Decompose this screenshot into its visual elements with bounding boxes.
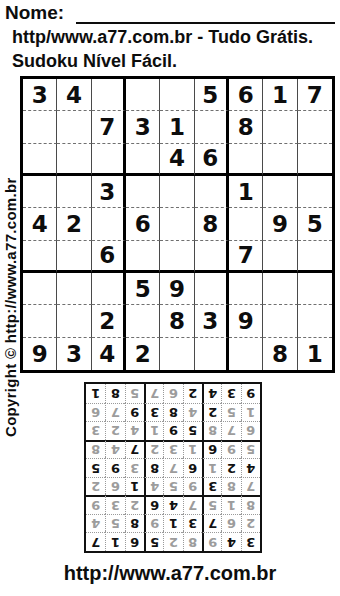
solution-cell-r2c3: 7 <box>202 514 221 533</box>
name-blank-line <box>76 22 335 24</box>
solution-cell-r5c5: 7 <box>163 458 182 477</box>
solution-cell-r8c7: 9 <box>125 403 144 422</box>
puzzle-cell-r8c1[interactable] <box>23 305 57 337</box>
puzzle-cell-r9c1: 9 <box>23 338 57 370</box>
solution-cell-r7c3: 8 <box>202 421 221 440</box>
puzzle-cell-r1c5[interactable] <box>160 79 194 111</box>
solution-cell-r7c5: 9 <box>163 421 182 440</box>
solution-cell-r1c5: 2 <box>163 532 182 551</box>
solution-cell-r5c6: 8 <box>144 458 163 477</box>
puzzle-cell-r6c6[interactable] <box>195 241 229 273</box>
puzzle-cell-r2c2[interactable] <box>57 111 91 143</box>
solution-cell-r3c9: 9 <box>86 495 105 514</box>
puzzle-cell-r7c5: 9 <box>160 273 194 305</box>
puzzle-cell-r6c4[interactable] <box>126 241 160 273</box>
solution-cell-r1c9: 7 <box>86 532 105 551</box>
solution-cell-r8c1: 1 <box>241 403 260 422</box>
puzzle-cell-r8c5: 8 <box>160 305 194 337</box>
solution-cell-r4c1: 7 <box>241 477 260 496</box>
puzzle-cell-r3c7[interactable] <box>229 144 263 176</box>
solution-cell-r1c8: 1 <box>105 532 124 551</box>
puzzle-cell-r2c5: 1 <box>160 111 194 143</box>
puzzle-cell-r9c4: 2 <box>126 338 160 370</box>
solution-cell-r1c1: 3 <box>241 532 260 551</box>
puzzle-cell-r1c4[interactable] <box>126 79 160 111</box>
puzzle-cell-r6c9[interactable] <box>298 241 332 273</box>
solution-cell-r3c4: 7 <box>183 495 202 514</box>
puzzle-cell-r4c2[interactable] <box>57 176 91 208</box>
puzzle-cell-r5c6: 8 <box>195 208 229 240</box>
solution-cell-r8c6: 3 <box>144 403 163 422</box>
solution-cell-r1c4: 8 <box>183 532 202 551</box>
solution-cell-r6c9: 8 <box>86 440 105 459</box>
solution-cell-r1c7: 6 <box>125 532 144 551</box>
puzzle-cell-r8c2[interactable] <box>57 305 91 337</box>
puzzle-cell-r9c7[interactable] <box>229 338 263 370</box>
solution-cell-r6c5: 3 <box>163 440 182 459</box>
puzzle-cell-r1c8: 1 <box>263 79 297 111</box>
puzzle-cell-r1c2: 4 <box>57 79 91 111</box>
puzzle-cell-r3c6: 6 <box>195 144 229 176</box>
solution-cell-r9c9: 1 <box>86 384 105 403</box>
solution-cell-r7c2: 7 <box>221 421 240 440</box>
puzzle-cell-r1c9: 7 <box>298 79 332 111</box>
site-tagline: http/www.a77.com.br - Tudo Grátis. <box>12 27 313 48</box>
solution-cell-r7c6: 1 <box>144 421 163 440</box>
solution-grid-upside-down: 3498256172673198548157462397839541624216… <box>84 382 262 553</box>
puzzle-cell-r3c8[interactable] <box>263 144 297 176</box>
solution-cell-r6c3: 6 <box>202 440 221 459</box>
solution-cell-r5c1: 4 <box>241 458 260 477</box>
puzzle-cell-r4c1[interactable] <box>23 176 57 208</box>
puzzle-cell-r7c4: 5 <box>126 273 160 305</box>
puzzle-cell-r6c3: 6 <box>92 241 126 273</box>
solution-cell-r6c2: 9 <box>221 440 240 459</box>
sudoku-worksheet-page: Nome: http/www.a77.com.br - Tudo Grátis.… <box>0 0 340 596</box>
puzzle-cell-r6c8[interactable] <box>263 241 297 273</box>
solution-cell-r9c3: 4 <box>202 384 221 403</box>
solution-cell-r5c9: 5 <box>86 458 105 477</box>
solution-cell-r3c8: 3 <box>105 495 124 514</box>
puzzle-cell-r6c7: 7 <box>229 241 263 273</box>
solution-cell-r4c5: 5 <box>163 477 182 496</box>
puzzle-cell-r6c2[interactable] <box>57 241 91 273</box>
solution-cell-r4c2: 8 <box>221 477 240 496</box>
puzzle-cell-r8c4[interactable] <box>126 305 160 337</box>
solution-cell-r9c8: 8 <box>105 384 124 403</box>
puzzle-cell-r8c7: 9 <box>229 305 263 337</box>
copyright-sidebar-text: Copyright © http://www.a77.com.br <box>2 137 19 437</box>
puzzle-cell-r6c1[interactable] <box>23 241 57 273</box>
solution-cell-r2c1: 2 <box>241 514 260 533</box>
solution-cell-r5c8: 9 <box>105 458 124 477</box>
puzzle-cell-r4c8[interactable] <box>263 176 297 208</box>
solution-cell-r4c8: 6 <box>105 477 124 496</box>
name-label: Nome: <box>5 2 64 24</box>
difficulty-title: Sudoku Nível Fácil. <box>12 51 177 72</box>
puzzle-cell-r7c3[interactable] <box>92 273 126 305</box>
puzzle-cell-r2c9[interactable] <box>298 111 332 143</box>
solution-cell-r8c3: 2 <box>202 403 221 422</box>
solution-cell-r6c8: 4 <box>105 440 124 459</box>
solution-cell-r3c2: 1 <box>221 495 240 514</box>
puzzle-cell-r3c4[interactable] <box>126 144 160 176</box>
solution-cell-r8c9: 6 <box>86 403 105 422</box>
solution-cell-r6c6: 2 <box>144 440 163 459</box>
solution-cell-r5c4: 6 <box>183 458 202 477</box>
puzzle-cell-r2c8[interactable] <box>263 111 297 143</box>
solution-cell-r1c3: 9 <box>202 532 221 551</box>
puzzle-cell-r9c5[interactable] <box>160 338 194 370</box>
solution-cell-r9c1: 9 <box>241 384 260 403</box>
solution-cell-r7c7: 4 <box>125 421 144 440</box>
solution-cell-r6c4: 1 <box>183 440 202 459</box>
solution-cell-r3c7: 2 <box>125 495 144 514</box>
solution-cell-r1c2: 4 <box>221 532 240 551</box>
solution-cell-r4c3: 3 <box>202 477 221 496</box>
puzzle-cell-r9c6[interactable] <box>195 338 229 370</box>
puzzle-cell-r9c3: 4 <box>92 338 126 370</box>
puzzle-cell-r5c4: 6 <box>126 208 160 240</box>
solution-cell-r3c3: 5 <box>202 495 221 514</box>
solution-cell-r5c2: 2 <box>221 458 240 477</box>
puzzle-cell-r4c7: 1 <box>229 176 263 208</box>
puzzle-cell-r2c7: 8 <box>229 111 263 143</box>
puzzle-cell-r3c9[interactable] <box>298 144 332 176</box>
puzzle-cell-r8c6: 3 <box>195 305 229 337</box>
puzzle-cell-r2c4: 3 <box>126 111 160 143</box>
puzzle-cell-r4c6[interactable] <box>195 176 229 208</box>
solution-cell-r8c8: 7 <box>105 403 124 422</box>
solution-cell-r7c9: 3 <box>86 421 105 440</box>
puzzle-cell-r4c4[interactable] <box>126 176 160 208</box>
solution-cell-r7c4: 5 <box>183 421 202 440</box>
solution-cell-r4c6: 4 <box>144 477 163 496</box>
solution-cell-r2c2: 6 <box>221 514 240 533</box>
solution-cell-r2c6: 9 <box>144 514 163 533</box>
puzzle-cell-r5c5[interactable] <box>160 208 194 240</box>
solution-cell-r2c7: 8 <box>125 514 144 533</box>
solution-cell-r9c6: 7 <box>144 384 163 403</box>
puzzle-cell-r8c8[interactable] <box>263 305 297 337</box>
puzzle-cell-r2c1[interactable] <box>23 111 57 143</box>
puzzle-cell-r9c8: 8 <box>263 338 297 370</box>
puzzle-cell-r4c9[interactable] <box>298 176 332 208</box>
solution-cell-r9c7: 5 <box>125 384 144 403</box>
puzzle-cell-r8c9[interactable] <box>298 305 332 337</box>
puzzle-cell-r1c7: 6 <box>229 79 263 111</box>
puzzle-cell-r1c3[interactable] <box>92 79 126 111</box>
solution-cell-r2c9: 4 <box>86 514 105 533</box>
sudoku-grid: 3456177318463142689567592839934281 <box>20 76 335 373</box>
puzzle-cell-r2c3: 7 <box>92 111 126 143</box>
puzzle-cell-r8c3: 2 <box>92 305 126 337</box>
puzzle-cell-r3c2[interactable] <box>57 144 91 176</box>
puzzle-cell-r4c3: 3 <box>92 176 126 208</box>
solution-cell-r6c1: 5 <box>241 440 260 459</box>
solution-cell-r1c6: 5 <box>144 532 163 551</box>
puzzle-cell-r7c2[interactable] <box>57 273 91 305</box>
puzzle-cell-r1c1: 3 <box>23 79 57 111</box>
puzzle-cell-r7c6[interactable] <box>195 273 229 305</box>
puzzle-cell-r9c9: 1 <box>298 338 332 370</box>
solution-cell-r4c4: 9 <box>183 477 202 496</box>
footer-url[interactable]: http://www.a77.com.br <box>0 562 340 585</box>
solution-cell-r5c7: 3 <box>125 458 144 477</box>
puzzle-cell-r5c9: 5 <box>298 208 332 240</box>
puzzle-cell-r7c9[interactable] <box>298 273 332 305</box>
puzzle-cell-r3c3[interactable] <box>92 144 126 176</box>
puzzle-cell-r7c8[interactable] <box>263 273 297 305</box>
solution-cell-r6c7: 7 <box>125 440 144 459</box>
puzzle-cell-r6c5[interactable] <box>160 241 194 273</box>
puzzle-cell-r5c3[interactable] <box>92 208 126 240</box>
solution-cell-r3c1: 8 <box>241 495 260 514</box>
puzzle-cell-r5c2: 2 <box>57 208 91 240</box>
solution-cell-r8c4: 4 <box>183 403 202 422</box>
solution-cell-r8c2: 5 <box>221 403 240 422</box>
solution-cell-r2c8: 5 <box>105 514 124 533</box>
solution-cell-r2c5: 1 <box>163 514 182 533</box>
puzzle-cell-r5c7[interactable] <box>229 208 263 240</box>
solution-cell-r9c5: 6 <box>163 384 182 403</box>
solution-cell-r7c1: 6 <box>241 421 260 440</box>
solution-cell-r5c3: 1 <box>202 458 221 477</box>
puzzle-cell-r3c1[interactable] <box>23 144 57 176</box>
puzzle-cell-r1c6: 5 <box>195 79 229 111</box>
puzzle-cell-r9c2: 3 <box>57 338 91 370</box>
solution-cell-r4c7: 1 <box>125 477 144 496</box>
puzzle-cell-r7c1[interactable] <box>23 273 57 305</box>
solution-cell-r8c5: 8 <box>163 403 182 422</box>
solution-cell-r9c4: 2 <box>183 384 202 403</box>
solution-cell-r3c5: 4 <box>163 495 182 514</box>
puzzle-cell-r7c7[interactable] <box>229 273 263 305</box>
solution-cell-r9c2: 3 <box>221 384 240 403</box>
solution-cell-r4c9: 2 <box>86 477 105 496</box>
puzzle-cell-r4c5[interactable] <box>160 176 194 208</box>
solution-cell-r3c6: 6 <box>144 495 163 514</box>
puzzle-cell-r3c5: 4 <box>160 144 194 176</box>
solution-cell-r7c8: 2 <box>105 421 124 440</box>
puzzle-cell-r2c6[interactable] <box>195 111 229 143</box>
solution-cell-r2c4: 3 <box>183 514 202 533</box>
puzzle-cell-r5c8: 9 <box>263 208 297 240</box>
puzzle-cell-r5c1: 4 <box>23 208 57 240</box>
